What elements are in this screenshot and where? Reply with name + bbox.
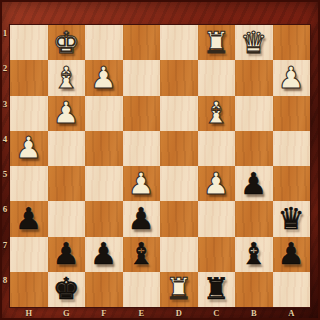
file-label-c: C [198,307,236,319]
square-c5[interactable]: ♟ [198,166,236,201]
piece-white-pawn[interactable]: ♟ [198,166,236,201]
square-g3[interactable]: ♟ [48,96,86,131]
square-e1[interactable] [123,25,161,60]
rank-label-2: 2 [0,63,10,74]
square-g8[interactable]: ♚ [48,272,86,307]
square-h6[interactable]: ♟ [10,201,48,236]
rank-label-7: 7 [0,240,10,251]
square-e7[interactable]: ♝ [123,237,161,272]
piece-white-pawn[interactable]: ♟ [48,96,86,131]
file-label-b: B [235,307,273,319]
piece-black-pawn[interactable]: ♟ [235,166,273,201]
piece-white-queen[interactable]: ♛ [235,25,273,60]
piece-black-rook[interactable]: ♜ [198,272,236,307]
piece-black-pawn[interactable]: ♟ [10,201,48,236]
square-b8[interactable] [235,272,273,307]
piece-black-bishop[interactable]: ♝ [235,237,273,272]
square-f6[interactable] [85,201,123,236]
square-f4[interactable] [85,131,123,166]
square-g1[interactable]: ♚ [48,25,86,60]
square-a8[interactable] [273,272,311,307]
square-h2[interactable] [10,60,48,95]
square-d3[interactable] [160,96,198,131]
square-c3[interactable]: ♝ [198,96,236,131]
square-e8[interactable] [123,272,161,307]
rank-label-6: 6 [0,204,10,215]
piece-black-pawn[interactable]: ♟ [48,237,86,272]
file-label-d: D [160,307,198,319]
file-label-e: E [123,307,161,319]
square-c2[interactable] [198,60,236,95]
square-d2[interactable] [160,60,198,95]
square-f2[interactable]: ♟ [85,60,123,95]
piece-black-bishop[interactable]: ♝ [123,237,161,272]
square-g2[interactable]: ♝ [48,60,86,95]
chess-board-frame: { "game": "chess", "position": { "fen_bo… [0,0,320,320]
square-h4[interactable]: ♟ [10,131,48,166]
square-a5[interactable] [273,166,311,201]
square-a7[interactable]: ♟ [273,237,311,272]
square-c8[interactable]: ♜ [198,272,236,307]
rank-label-5: 5 [0,169,10,180]
square-g4[interactable] [48,131,86,166]
square-e4[interactable] [123,131,161,166]
square-b7[interactable]: ♝ [235,237,273,272]
square-a2[interactable]: ♟ [273,60,311,95]
square-c7[interactable] [198,237,236,272]
file-label-h: H [10,307,48,319]
piece-white-rook[interactable]: ♜ [198,25,236,60]
square-b6[interactable] [235,201,273,236]
piece-black-king[interactable]: ♚ [48,272,86,307]
square-f5[interactable] [85,166,123,201]
square-h5[interactable] [10,166,48,201]
square-a3[interactable] [273,96,311,131]
square-b1[interactable]: ♛ [235,25,273,60]
piece-white-king[interactable]: ♚ [48,25,86,60]
chess-board: ♚♜♛♝♟♟♟♝♟♟♟♟♟♟♛♟♟♝♝♟♚♜♜ [10,25,310,307]
square-f8[interactable] [85,272,123,307]
square-f3[interactable] [85,96,123,131]
square-b4[interactable] [235,131,273,166]
piece-black-pawn[interactable]: ♟ [85,237,123,272]
square-d1[interactable] [160,25,198,60]
square-e5[interactable]: ♟ [123,166,161,201]
square-b3[interactable] [235,96,273,131]
square-e6[interactable]: ♟ [123,201,161,236]
square-d4[interactable] [160,131,198,166]
square-g6[interactable] [48,201,86,236]
piece-white-bishop[interactable]: ♝ [48,60,86,95]
piece-white-pawn[interactable]: ♟ [273,60,311,95]
piece-white-pawn[interactable]: ♟ [123,166,161,201]
square-h7[interactable] [10,237,48,272]
piece-white-pawn[interactable]: ♟ [10,131,48,166]
file-label-g: G [48,307,86,319]
square-d7[interactable] [160,237,198,272]
piece-white-pawn[interactable]: ♟ [85,60,123,95]
piece-white-bishop[interactable]: ♝ [198,96,236,131]
square-d8[interactable]: ♜ [160,272,198,307]
rank-label-3: 3 [0,99,10,110]
square-a4[interactable] [273,131,311,166]
piece-black-queen[interactable]: ♛ [273,201,311,236]
square-d5[interactable] [160,166,198,201]
square-c1[interactable]: ♜ [198,25,236,60]
rank-label-1: 1 [0,28,10,39]
piece-black-pawn[interactable]: ♟ [123,201,161,236]
square-b5[interactable]: ♟ [235,166,273,201]
square-f7[interactable]: ♟ [85,237,123,272]
square-e3[interactable] [123,96,161,131]
square-c4[interactable] [198,131,236,166]
square-g7[interactable]: ♟ [48,237,86,272]
square-a1[interactable] [273,25,311,60]
file-label-a: A [273,307,311,319]
square-b2[interactable] [235,60,273,95]
square-g5[interactable] [48,166,86,201]
square-a6[interactable]: ♛ [273,201,311,236]
square-d6[interactable] [160,201,198,236]
square-h1[interactable] [10,25,48,60]
rank-label-8: 8 [0,275,10,286]
square-c6[interactable] [198,201,236,236]
piece-white-rook[interactable]: ♜ [160,272,198,307]
square-f1[interactable] [85,25,123,60]
square-e2[interactable] [123,60,161,95]
file-label-f: F [85,307,123,319]
piece-black-pawn[interactable]: ♟ [273,237,311,272]
square-h8[interactable] [10,272,48,307]
rank-label-4: 4 [0,134,10,145]
square-h3[interactable] [10,96,48,131]
